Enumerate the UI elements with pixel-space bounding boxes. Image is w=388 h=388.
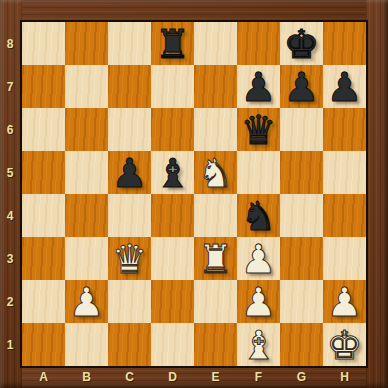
square-g5[interactable] xyxy=(280,151,323,194)
rank-label-4: 4 xyxy=(0,194,20,237)
piece-black-queen-f6[interactable]: ♛ xyxy=(241,110,277,150)
square-a3[interactable] xyxy=(22,237,65,280)
piece-white-pawn-f2[interactable]: ♟ xyxy=(241,282,277,322)
square-d8[interactable]: ♜ xyxy=(151,22,194,65)
square-c7[interactable] xyxy=(108,65,151,108)
square-b3[interactable] xyxy=(65,237,108,280)
file-label-a: A xyxy=(22,366,65,388)
square-h3[interactable] xyxy=(323,237,366,280)
square-c4[interactable] xyxy=(108,194,151,237)
frame-right-bar xyxy=(366,0,388,388)
square-f2[interactable]: ♟ xyxy=(237,280,280,323)
square-h6[interactable] xyxy=(323,108,366,151)
square-f3[interactable]: ♟ xyxy=(237,237,280,280)
square-a7[interactable] xyxy=(22,65,65,108)
square-d7[interactable] xyxy=(151,65,194,108)
square-c8[interactable] xyxy=(108,22,151,65)
square-a8[interactable] xyxy=(22,22,65,65)
square-d1[interactable] xyxy=(151,323,194,366)
square-h7[interactable]: ♟ xyxy=(323,65,366,108)
file-label-d: D xyxy=(151,366,194,388)
piece-white-rook-e3[interactable]: ♜ xyxy=(198,239,234,279)
piece-black-pawn-f7[interactable]: ♟ xyxy=(241,67,277,107)
square-b7[interactable] xyxy=(65,65,108,108)
square-a5[interactable] xyxy=(22,151,65,194)
square-d2[interactable] xyxy=(151,280,194,323)
rank-label-8: 8 xyxy=(0,22,20,65)
square-d3[interactable] xyxy=(151,237,194,280)
rank-label-5: 5 xyxy=(0,151,20,194)
square-f1[interactable]: ♝ xyxy=(237,323,280,366)
square-e8[interactable] xyxy=(194,22,237,65)
piece-black-pawn-c5[interactable]: ♟ xyxy=(112,153,148,193)
square-g4[interactable] xyxy=(280,194,323,237)
file-label-e: E xyxy=(194,366,237,388)
square-b4[interactable] xyxy=(65,194,108,237)
rank-label-2: 2 xyxy=(0,280,20,323)
square-d5[interactable]: ♝ xyxy=(151,151,194,194)
piece-white-pawn-b2[interactable]: ♟ xyxy=(69,282,105,322)
square-f5[interactable] xyxy=(237,151,280,194)
square-f4[interactable]: ♞ xyxy=(237,194,280,237)
square-g7[interactable]: ♟ xyxy=(280,65,323,108)
file-label-c: C xyxy=(108,366,151,388)
square-g3[interactable] xyxy=(280,237,323,280)
square-c2[interactable] xyxy=(108,280,151,323)
square-b8[interactable] xyxy=(65,22,108,65)
file-label-g: G xyxy=(280,366,323,388)
square-a6[interactable] xyxy=(22,108,65,151)
square-a1[interactable] xyxy=(22,323,65,366)
square-a2[interactable] xyxy=(22,280,65,323)
square-f7[interactable]: ♟ xyxy=(237,65,280,108)
rank-label-1: 1 xyxy=(0,323,20,366)
square-h8[interactable] xyxy=(323,22,366,65)
square-c5[interactable]: ♟ xyxy=(108,151,151,194)
square-g1[interactable] xyxy=(280,323,323,366)
square-e7[interactable] xyxy=(194,65,237,108)
square-h2[interactable]: ♟ xyxy=(323,280,366,323)
square-b1[interactable] xyxy=(65,323,108,366)
square-h1[interactable]: ♚ xyxy=(323,323,366,366)
piece-black-knight-f4[interactable]: ♞ xyxy=(241,196,277,236)
file-label-h: H xyxy=(323,366,366,388)
square-a4[interactable] xyxy=(22,194,65,237)
square-h5[interactable] xyxy=(323,151,366,194)
piece-white-bishop-f1[interactable]: ♝ xyxy=(241,325,277,365)
file-label-f: F xyxy=(237,366,280,388)
square-e3[interactable]: ♜ xyxy=(194,237,237,280)
square-c6[interactable] xyxy=(108,108,151,151)
file-label-b: B xyxy=(65,366,108,388)
board-frame: ♜♚♟♟♟♛♟♝♞♞♛♜♟♟♟♟♝♚ 87654321 ABCDEFGH xyxy=(0,0,388,388)
chess-board[interactable]: ♜♚♟♟♟♛♟♝♞♞♛♜♟♟♟♟♝♚ xyxy=(20,20,368,368)
square-f6[interactable]: ♛ xyxy=(237,108,280,151)
square-e2[interactable] xyxy=(194,280,237,323)
frame-top-bar xyxy=(0,0,388,22)
piece-black-rook-d8[interactable]: ♜ xyxy=(155,24,191,64)
square-c1[interactable] xyxy=(108,323,151,366)
piece-white-pawn-h2[interactable]: ♟ xyxy=(327,282,363,322)
square-e4[interactable] xyxy=(194,194,237,237)
piece-black-bishop-d5[interactable]: ♝ xyxy=(155,153,191,193)
square-b5[interactable] xyxy=(65,151,108,194)
square-g2[interactable] xyxy=(280,280,323,323)
piece-white-knight-e5[interactable]: ♞ xyxy=(198,153,234,193)
square-g8[interactable]: ♚ xyxy=(280,22,323,65)
piece-white-queen-c3[interactable]: ♛ xyxy=(112,239,148,279)
rank-label-6: 6 xyxy=(0,108,20,151)
square-h4[interactable] xyxy=(323,194,366,237)
rank-label-3: 3 xyxy=(0,237,20,280)
piece-black-pawn-g7[interactable]: ♟ xyxy=(284,67,320,107)
square-d4[interactable] xyxy=(151,194,194,237)
square-e5[interactable]: ♞ xyxy=(194,151,237,194)
piece-black-pawn-h7[interactable]: ♟ xyxy=(327,67,363,107)
square-f8[interactable] xyxy=(237,22,280,65)
square-e1[interactable] xyxy=(194,323,237,366)
square-c3[interactable]: ♛ xyxy=(108,237,151,280)
square-d6[interactable] xyxy=(151,108,194,151)
piece-white-pawn-f3[interactable]: ♟ xyxy=(241,239,277,279)
piece-black-king-g8[interactable]: ♚ xyxy=(284,24,320,64)
rank-label-7: 7 xyxy=(0,65,20,108)
square-g6[interactable] xyxy=(280,108,323,151)
piece-white-king-h1[interactable]: ♚ xyxy=(327,325,363,365)
square-b6[interactable] xyxy=(65,108,108,151)
square-e6[interactable] xyxy=(194,108,237,151)
square-b2[interactable]: ♟ xyxy=(65,280,108,323)
